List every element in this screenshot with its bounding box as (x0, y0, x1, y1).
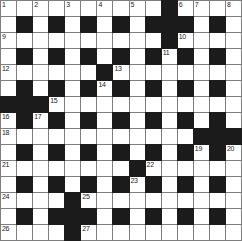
cell-r14c13[interactable] (210, 225, 225, 240)
block-cell-r13c4 (65, 209, 80, 224)
cell-r0c6[interactable]: 4 (97, 1, 112, 16)
block-cell-r9c1 (17, 145, 32, 160)
block-cell-r9c9 (146, 145, 161, 160)
cell-r2c1[interactable] (17, 33, 32, 48)
cell-r12c12[interactable] (194, 193, 209, 208)
clue-number-19: 19 (195, 145, 202, 153)
clue-number-5: 5 (131, 1, 135, 9)
block-cell-r1c11 (178, 17, 193, 32)
cell-r10c6[interactable] (97, 161, 112, 176)
cell-r10c4[interactable] (65, 161, 80, 176)
block-cell-r7c1 (17, 113, 32, 128)
cell-r0c14[interactable]: 8 (226, 1, 241, 16)
cell-r11c0[interactable] (1, 177, 16, 192)
cell-r14c2[interactable] (33, 225, 48, 240)
clue-number-22: 22 (147, 161, 154, 169)
cell-r14c7[interactable] (113, 225, 128, 240)
cell-r5c6[interactable]: 14 (97, 81, 112, 96)
block-cell-r11c3 (49, 177, 64, 192)
cell-r9c0[interactable] (1, 145, 16, 160)
cell-r10c2[interactable] (33, 161, 48, 176)
cell-r7c8[interactable] (130, 113, 145, 128)
cell-r0c9[interactable] (146, 1, 161, 16)
cell-r4c14[interactable] (226, 65, 241, 80)
block-cell-r1c10 (162, 17, 177, 32)
block-cell-r1c1 (17, 17, 32, 32)
cell-r10c1[interactable] (17, 161, 32, 176)
cell-r11c4[interactable] (65, 177, 80, 192)
cell-r4c10[interactable] (162, 65, 177, 80)
block-cell-r3c3 (49, 49, 64, 64)
cell-r0c5[interactable] (81, 1, 96, 16)
clue-number-23: 23 (131, 177, 138, 185)
clue-number-4: 4 (98, 1, 102, 9)
cell-r12c7[interactable] (113, 193, 128, 208)
block-cell-r5c5 (81, 81, 96, 96)
cell-r6c7[interactable] (113, 97, 128, 112)
cell-r7c10[interactable] (162, 113, 177, 128)
cell-r6c8[interactable] (130, 97, 145, 112)
cell-r14c6[interactable] (97, 225, 112, 240)
clue-number-3: 3 (66, 1, 70, 9)
block-cell-r13c13 (210, 209, 225, 224)
cell-r12c11[interactable] (178, 193, 193, 208)
block-cell-r4c6 (97, 65, 112, 80)
cell-r14c9[interactable] (146, 225, 161, 240)
cell-r4c9[interactable] (146, 65, 161, 80)
clue-number-13: 13 (114, 65, 121, 73)
cell-r10c12[interactable] (194, 161, 209, 176)
cell-r1c14[interactable] (226, 17, 241, 32)
block-cell-r9c7 (113, 145, 128, 160)
cell-r2c12[interactable] (194, 33, 209, 48)
cell-r2c2[interactable] (33, 33, 48, 48)
cell-r4c8[interactable] (130, 65, 145, 80)
crossword-grid: 1234567891011121314151617181920212223242… (0, 0, 242, 241)
cell-r3c0[interactable] (1, 49, 16, 64)
cell-r4c12[interactable] (194, 65, 209, 80)
cell-r12c3[interactable] (49, 193, 64, 208)
cell-r7c14[interactable] (226, 113, 241, 128)
cell-r8c7[interactable] (113, 129, 128, 144)
clue-number-17: 17 (34, 113, 41, 121)
cell-r4c3[interactable] (49, 65, 64, 80)
block-cell-r0c10 (162, 1, 177, 16)
clue-number-16: 16 (2, 113, 9, 121)
cell-r0c11[interactable]: 6 (178, 1, 193, 16)
cell-r4c2[interactable] (33, 65, 48, 80)
cell-r1c0[interactable] (1, 17, 16, 32)
cell-r11c14[interactable] (226, 177, 241, 192)
block-cell-r6c1 (17, 97, 32, 112)
cell-r7c4[interactable] (65, 113, 80, 128)
cell-r6c9[interactable] (146, 97, 161, 112)
block-cell-r13c9 (146, 209, 161, 224)
clue-number-15: 15 (50, 97, 57, 105)
cell-r12c14[interactable] (226, 193, 241, 208)
block-cell-r1c3 (49, 17, 64, 32)
block-cell-r1c13 (210, 17, 225, 32)
cell-r10c7[interactable] (113, 161, 128, 176)
cell-r8c2[interactable] (33, 129, 48, 144)
cell-r8c10[interactable] (162, 129, 177, 144)
cell-r13c14[interactable] (226, 209, 241, 224)
cell-r10c9[interactable]: 22 (146, 161, 161, 176)
cell-r12c10[interactable] (162, 193, 177, 208)
cell-r3c10[interactable]: 11 (162, 49, 177, 64)
cell-r3c8[interactable] (130, 49, 145, 64)
block-cell-r1c7 (113, 17, 128, 32)
cell-r9c4[interactable] (65, 145, 80, 160)
block-cell-r3c5 (81, 49, 96, 64)
cell-r8c5[interactable] (81, 129, 96, 144)
block-cell-r3c9 (146, 49, 161, 64)
block-cell-r10c8 (130, 161, 145, 176)
cell-r13c0[interactable] (1, 209, 16, 224)
cell-r9c12[interactable]: 19 (194, 145, 209, 160)
block-cell-r7c13 (210, 113, 225, 128)
block-cell-r9c5 (81, 145, 96, 160)
block-cell-r12c4 (65, 193, 80, 208)
cell-r10c5[interactable] (81, 161, 96, 176)
cell-r8c4[interactable] (65, 129, 80, 144)
block-cell-r11c1 (17, 177, 32, 192)
block-cell-r3c13 (210, 49, 225, 64)
cell-r7c0[interactable]: 16 (1, 113, 16, 128)
cell-r12c5[interactable]: 25 (81, 193, 96, 208)
cell-r8c9[interactable] (146, 129, 161, 144)
block-cell-r7c9 (146, 113, 161, 128)
clue-number-8: 8 (227, 1, 231, 9)
cell-r10c0[interactable]: 21 (1, 161, 16, 176)
cell-r6c14[interactable] (226, 97, 241, 112)
cell-r13c6[interactable] (97, 209, 112, 224)
cell-r3c6[interactable] (97, 49, 112, 64)
cell-r4c4[interactable] (65, 65, 80, 80)
block-cell-r14c4 (65, 225, 80, 240)
block-cell-r8c13 (210, 129, 225, 144)
cell-r12c13[interactable] (210, 193, 225, 208)
block-cell-r5c3 (49, 81, 64, 96)
block-cell-r7c5 (81, 113, 96, 128)
block-cell-r5c7 (113, 81, 128, 96)
cell-r3c4[interactable] (65, 49, 80, 64)
cell-r0c3[interactable] (49, 1, 64, 16)
cell-r3c2[interactable] (33, 49, 48, 64)
block-cell-r11c11 (178, 177, 193, 192)
clue-number-26: 26 (2, 225, 9, 233)
cell-r8c6[interactable] (97, 129, 112, 144)
cell-r0c4[interactable]: 3 (65, 1, 80, 16)
clue-number-1: 1 (2, 1, 6, 9)
clue-number-14: 14 (98, 81, 105, 89)
cell-r3c14[interactable] (226, 49, 241, 64)
cell-r5c10[interactable] (162, 81, 177, 96)
block-cell-r9c13 (210, 145, 225, 160)
cell-r0c7[interactable] (113, 1, 128, 16)
cell-r6c13[interactable] (210, 97, 225, 112)
clue-number-9: 9 (2, 33, 6, 41)
cell-r2c3[interactable] (49, 33, 64, 48)
cell-r10c14[interactable] (226, 161, 241, 176)
block-cell-r5c1 (17, 81, 32, 96)
cell-r1c8[interactable] (130, 17, 145, 32)
cell-r6c12[interactable] (194, 97, 209, 112)
cell-r13c2[interactable] (33, 209, 48, 224)
clue-number-6: 6 (179, 1, 183, 9)
block-cell-r11c9 (146, 177, 161, 192)
cell-r8c8[interactable] (130, 129, 145, 144)
cell-r2c6[interactable] (97, 33, 112, 48)
cell-r4c1[interactable] (17, 65, 32, 80)
block-cell-r13c7 (113, 209, 128, 224)
block-cell-r11c13 (210, 177, 225, 192)
cell-r9c2[interactable] (33, 145, 48, 160)
block-cell-r13c11 (178, 209, 193, 224)
block-cell-r5c11 (178, 81, 193, 96)
cell-r7c6[interactable] (97, 113, 112, 128)
cell-r0c12[interactable]: 7 (194, 1, 209, 16)
clue-number-10: 10 (179, 33, 186, 41)
block-cell-r7c3 (49, 113, 64, 128)
cell-r7c12[interactable] (194, 113, 209, 128)
block-cell-r1c9 (146, 17, 161, 32)
block-cell-r2c10 (162, 33, 177, 48)
cell-r12c1[interactable] (17, 193, 32, 208)
block-cell-r13c3 (49, 209, 64, 224)
cell-r11c8[interactable]: 23 (130, 177, 145, 192)
block-cell-r6c2 (33, 97, 48, 112)
cell-r2c0[interactable]: 9 (1, 33, 16, 48)
cell-r1c4[interactable] (65, 17, 80, 32)
cell-r5c14[interactable] (226, 81, 241, 96)
cell-r2c4[interactable] (65, 33, 80, 48)
block-cell-r11c7 (113, 177, 128, 192)
cell-r4c11[interactable] (178, 65, 193, 80)
cell-r5c4[interactable] (65, 81, 80, 96)
cell-r9c14[interactable]: 20 (226, 145, 241, 160)
cell-r2c14[interactable] (226, 33, 241, 48)
clue-number-27: 27 (82, 225, 89, 233)
cell-r13c12[interactable] (194, 209, 209, 224)
cell-r14c10[interactable] (162, 225, 177, 240)
cell-r7c2[interactable]: 17 (33, 113, 48, 128)
cell-r5c8[interactable] (130, 81, 145, 96)
cell-r12c0[interactable]: 24 (1, 193, 16, 208)
clue-number-18: 18 (2, 129, 9, 137)
clue-number-20: 20 (227, 145, 234, 153)
cell-r2c11[interactable]: 10 (178, 33, 193, 48)
cell-r6c6[interactable] (97, 97, 112, 112)
block-cell-r6c0 (1, 97, 16, 112)
cell-r10c3[interactable] (49, 161, 64, 176)
block-cell-r11c5 (81, 177, 96, 192)
cell-r6c11[interactable] (178, 97, 193, 112)
cell-r8c0[interactable]: 18 (1, 129, 16, 144)
cell-r4c13[interactable] (210, 65, 225, 80)
clue-number-25: 25 (82, 193, 89, 201)
cell-r1c12[interactable] (194, 17, 209, 32)
block-cell-r1c5 (81, 17, 96, 32)
cell-r0c8[interactable]: 5 (130, 1, 145, 16)
block-cell-r8c14 (226, 129, 241, 144)
cell-r14c5[interactable]: 27 (81, 225, 96, 240)
cell-r8c11[interactable] (178, 129, 193, 144)
cell-r6c5[interactable] (81, 97, 96, 112)
clue-number-24: 24 (2, 193, 9, 201)
cell-r8c1[interactable] (17, 129, 32, 144)
clue-number-2: 2 (34, 1, 38, 9)
cell-r11c12[interactable] (194, 177, 209, 192)
cell-r10c11[interactable] (178, 161, 193, 176)
cell-r4c0[interactable]: 12 (1, 65, 16, 80)
cell-r9c10[interactable] (162, 145, 177, 160)
clue-number-21: 21 (2, 161, 9, 169)
cell-r10c10[interactable] (162, 161, 177, 176)
block-cell-r9c11 (178, 145, 193, 160)
cell-r5c0[interactable] (1, 81, 16, 96)
cell-r13c8[interactable] (130, 209, 145, 224)
cell-r14c8[interactable] (130, 225, 145, 240)
cell-r2c7[interactable] (113, 33, 128, 48)
cell-r2c9[interactable] (146, 33, 161, 48)
block-cell-r3c7 (113, 49, 128, 64)
cell-r5c2[interactable] (33, 81, 48, 96)
cell-r12c6[interactable] (97, 193, 112, 208)
cell-r11c10[interactable] (162, 177, 177, 192)
cell-r2c5[interactable] (81, 33, 96, 48)
cell-r13c10[interactable] (162, 209, 177, 224)
block-cell-r3c1 (17, 49, 32, 64)
cell-r10c13[interactable] (210, 161, 225, 176)
cell-r9c6[interactable] (97, 145, 112, 160)
cell-r1c6[interactable] (97, 17, 112, 32)
cell-r2c13[interactable] (210, 33, 225, 48)
cell-r14c0[interactable]: 26 (1, 225, 16, 240)
cell-r14c1[interactable] (17, 225, 32, 240)
clue-number-7: 7 (195, 1, 199, 9)
block-cell-r9c3 (49, 145, 64, 160)
cell-r1c2[interactable] (33, 17, 48, 32)
block-cell-r3c11 (178, 49, 193, 64)
cell-r0c13[interactable] (210, 1, 225, 16)
cell-r5c12[interactable] (194, 81, 209, 96)
block-cell-r13c1 (17, 209, 32, 224)
block-cell-r7c7 (113, 113, 128, 128)
block-cell-r7c11 (178, 113, 193, 128)
clue-number-11: 11 (163, 49, 170, 57)
cell-r6c4[interactable] (65, 97, 80, 112)
cell-r9c8[interactable] (130, 145, 145, 160)
block-cell-r8c12 (194, 129, 209, 144)
cell-r0c0[interactable]: 1 (1, 1, 16, 16)
block-cell-r5c13 (210, 81, 225, 96)
cell-r12c8[interactable] (130, 193, 145, 208)
cell-r11c2[interactable] (33, 177, 48, 192)
cell-r11c6[interactable] (97, 177, 112, 192)
cell-r3c12[interactable] (194, 49, 209, 64)
cell-r12c9[interactable] (146, 193, 161, 208)
cell-r0c2[interactable]: 2 (33, 1, 48, 16)
cell-r4c5[interactable] (81, 65, 96, 80)
cell-r6c10[interactable] (162, 97, 177, 112)
cell-r14c3[interactable] (49, 225, 64, 240)
block-cell-r5c9 (146, 81, 161, 96)
clue-number-12: 12 (2, 65, 9, 73)
cell-r14c12[interactable] (194, 225, 209, 240)
cell-r2c8[interactable] (130, 33, 145, 48)
cell-r6c3[interactable]: 15 (49, 97, 64, 112)
cell-r12c2[interactable] (33, 193, 48, 208)
cell-r8c3[interactable] (49, 129, 64, 144)
block-cell-r13c5 (81, 209, 96, 224)
cell-r4c7[interactable]: 13 (113, 65, 128, 80)
cell-r14c14[interactable] (226, 225, 241, 240)
cell-r14c11[interactable] (178, 225, 193, 240)
cell-r0c1[interactable] (17, 1, 32, 16)
